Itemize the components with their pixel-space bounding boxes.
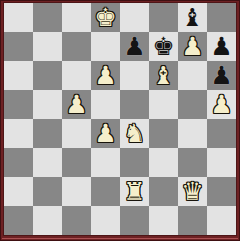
square-b3[interactable] [33, 148, 62, 177]
piece-white-pawn[interactable]: ♟ [207, 90, 236, 119]
square-a4[interactable] [4, 119, 33, 148]
square-c1[interactable] [62, 206, 91, 235]
piece-white-rook[interactable]: ♜ [120, 177, 149, 206]
square-h8[interactable] [207, 3, 236, 32]
square-h2[interactable] [207, 177, 236, 206]
square-c7[interactable] [62, 32, 91, 61]
piece-black-pawn[interactable]: ♟ [207, 32, 236, 61]
square-h3[interactable] [207, 148, 236, 177]
piece-black-king[interactable]: ♚ [149, 32, 178, 61]
square-e1[interactable] [120, 206, 149, 235]
square-a6[interactable] [4, 61, 33, 90]
square-d6[interactable]: ♟ [91, 61, 120, 90]
square-c6[interactable] [62, 61, 91, 90]
piece-white-pawn[interactable]: ♟ [91, 119, 120, 148]
square-c5[interactable]: ♟ [62, 90, 91, 119]
piece-white-pawn[interactable]: ♟ [178, 32, 207, 61]
square-h6[interactable]: ♟ [207, 61, 236, 90]
square-b7[interactable] [33, 32, 62, 61]
square-a8[interactable] [4, 3, 33, 32]
square-f7[interactable]: ♚ [149, 32, 178, 61]
square-b8[interactable] [33, 3, 62, 32]
square-e5[interactable] [120, 90, 149, 119]
square-h1[interactable] [207, 206, 236, 235]
square-e4[interactable]: ♞ [120, 119, 149, 148]
square-h5[interactable]: ♟ [207, 90, 236, 119]
square-h4[interactable] [207, 119, 236, 148]
piece-white-queen[interactable]: ♛ [178, 177, 207, 206]
square-d8[interactable]: ♚ [91, 3, 120, 32]
square-d1[interactable] [91, 206, 120, 235]
square-a2[interactable] [4, 177, 33, 206]
piece-white-bishop[interactable]: ♝ [149, 61, 178, 90]
square-g4[interactable] [178, 119, 207, 148]
square-f4[interactable] [149, 119, 178, 148]
square-g7[interactable]: ♟ [178, 32, 207, 61]
square-e2[interactable]: ♜ [120, 177, 149, 206]
square-h7[interactable]: ♟ [207, 32, 236, 61]
square-d4[interactable]: ♟ [91, 119, 120, 148]
square-a5[interactable] [4, 90, 33, 119]
square-d5[interactable] [91, 90, 120, 119]
square-d3[interactable] [91, 148, 120, 177]
square-f8[interactable] [149, 3, 178, 32]
square-g1[interactable] [178, 206, 207, 235]
piece-black-pawn[interactable]: ♟ [120, 32, 149, 61]
square-g8[interactable]: ♝ [178, 3, 207, 32]
chess-board: ♚♝♟♚♟♟♟♝♟♟♟♟♞♜♛ [4, 3, 236, 235]
square-c3[interactable] [62, 148, 91, 177]
square-f2[interactable] [149, 177, 178, 206]
square-g3[interactable] [178, 148, 207, 177]
square-e8[interactable] [120, 3, 149, 32]
square-b4[interactable] [33, 119, 62, 148]
square-f6[interactable]: ♝ [149, 61, 178, 90]
square-e7[interactable]: ♟ [120, 32, 149, 61]
square-f1[interactable] [149, 206, 178, 235]
square-e3[interactable] [120, 148, 149, 177]
square-a3[interactable] [4, 148, 33, 177]
piece-white-knight[interactable]: ♞ [120, 119, 149, 148]
square-d7[interactable] [91, 32, 120, 61]
square-c4[interactable] [62, 119, 91, 148]
chess-board-frame: ♚♝♟♚♟♟♟♝♟♟♟♟♞♜♛ [0, 0, 240, 241]
square-b6[interactable] [33, 61, 62, 90]
square-b5[interactable] [33, 90, 62, 119]
square-c2[interactable] [62, 177, 91, 206]
square-d2[interactable] [91, 177, 120, 206]
square-f3[interactable] [149, 148, 178, 177]
piece-black-pawn[interactable]: ♟ [207, 61, 236, 90]
square-a7[interactable] [4, 32, 33, 61]
square-g5[interactable] [178, 90, 207, 119]
square-b2[interactable] [33, 177, 62, 206]
square-e6[interactable] [120, 61, 149, 90]
square-c8[interactable] [62, 3, 91, 32]
piece-white-king[interactable]: ♚ [91, 3, 120, 32]
square-b1[interactable] [33, 206, 62, 235]
square-g6[interactable] [178, 61, 207, 90]
piece-white-pawn[interactable]: ♟ [62, 90, 91, 119]
square-a1[interactable] [4, 206, 33, 235]
piece-black-bishop[interactable]: ♝ [178, 3, 207, 32]
piece-white-pawn[interactable]: ♟ [91, 61, 120, 90]
square-g2[interactable]: ♛ [178, 177, 207, 206]
square-f5[interactable] [149, 90, 178, 119]
